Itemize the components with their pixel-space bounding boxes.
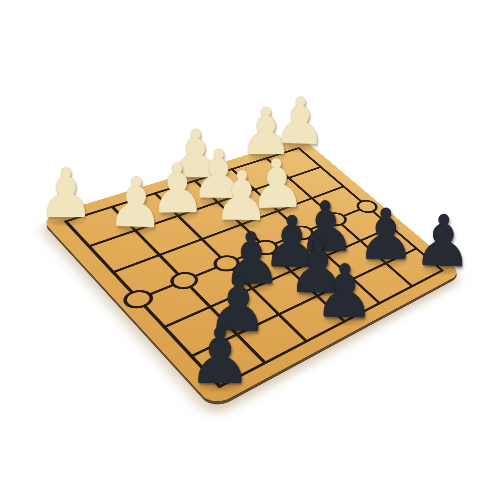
white-pawn[interactable]: ♟ — [37, 160, 94, 228]
product-photo-scene: ♟♟♟♟♟♟♟♟♟♟♟♟♟♟♟♟♟♟ — [0, 0, 500, 500]
point-marker-1 — [121, 288, 156, 311]
black-pawn[interactable]: ♟ — [314, 255, 376, 329]
point-marker-2 — [168, 270, 201, 291]
black-pawn[interactable]: ♟ — [188, 317, 252, 394]
black-pawn[interactable]: ♟ — [413, 206, 474, 279]
